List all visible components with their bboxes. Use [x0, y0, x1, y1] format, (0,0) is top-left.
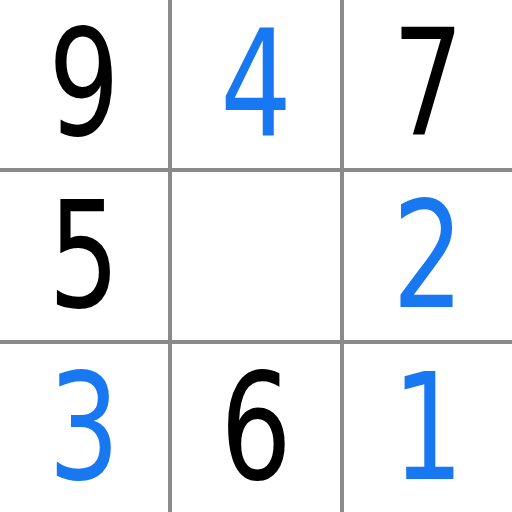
cell-digit: 5 [48, 182, 120, 330]
sudoku-board: 9 4 7 5 2 3 6 1 [0, 0, 512, 512]
sudoku-cell-r2c2[interactable] [172, 172, 340, 340]
sudoku-cell-r2c3[interactable]: 2 [344, 172, 512, 340]
cell-digit: 7 [392, 10, 464, 158]
sudoku-cell-r3c2[interactable]: 6 [172, 344, 340, 512]
sudoku-cell-r3c3[interactable]: 1 [344, 344, 512, 512]
cell-digit: 4 [220, 10, 292, 158]
cell-digit: 2 [392, 182, 464, 330]
sudoku-cell-r3c1[interactable]: 3 [0, 344, 168, 512]
cell-digit: 6 [220, 354, 292, 502]
cell-digit: 9 [48, 10, 120, 158]
sudoku-cell-r1c2[interactable]: 4 [172, 0, 340, 168]
sudoku-cell-r2c1[interactable]: 5 [0, 172, 168, 340]
sudoku-cell-r1c3[interactable]: 7 [344, 0, 512, 168]
cell-digit: 1 [392, 354, 464, 502]
sudoku-cell-r1c1[interactable]: 9 [0, 0, 168, 168]
cell-digit: 3 [48, 354, 120, 502]
